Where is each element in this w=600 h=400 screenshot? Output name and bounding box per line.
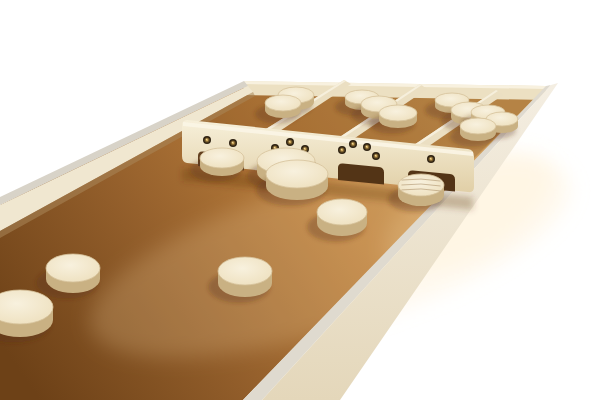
disc-gate3-3-top [379, 105, 417, 121]
disc-before-3pt-front-top [266, 160, 328, 188]
score-pin-3pt-c-glint [304, 148, 305, 149]
score-pin-1pt-a-glint [430, 158, 431, 159]
score-pin-3pt-b-glint [289, 141, 290, 142]
disc-in-2pt-arch-top [200, 148, 244, 168]
sjoelbak-board-photo [0, 0, 600, 400]
disc-midboard-top [317, 199, 367, 225]
score-pin-2pt-a-glint [206, 139, 207, 140]
score-pin-3pt-a-glint [274, 147, 275, 148]
score-pin-4pt-a-glint [341, 149, 342, 150]
score-pin-4pt-d-glint [375, 155, 376, 156]
score-pin-4pt-b-glint [352, 143, 353, 144]
score-pin-2pt-b-glint [232, 142, 233, 143]
scene-layers [0, 80, 591, 400]
sjoelbak-scene [0, 0, 600, 400]
disc-near-center-top [218, 257, 272, 285]
score-pin-4pt-c-glint [366, 146, 367, 147]
disc-gate2-2-top [265, 95, 301, 111]
disc-near-left-top [46, 254, 100, 282]
disc-gate1-3-top [460, 118, 496, 134]
